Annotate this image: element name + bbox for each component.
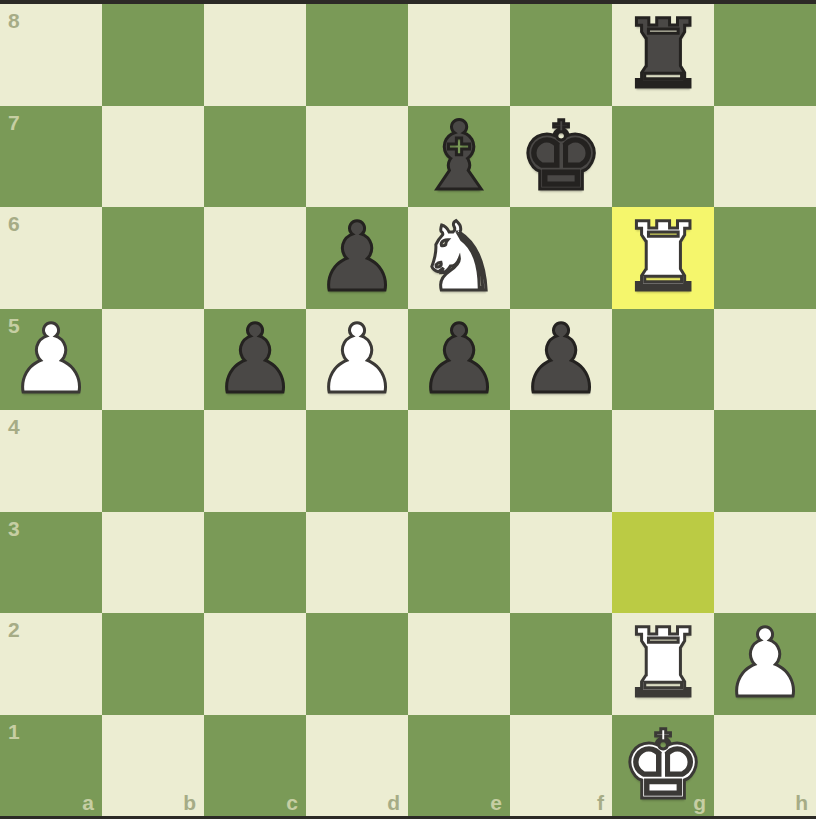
square-b8[interactable] (102, 4, 204, 106)
square-d4[interactable] (306, 410, 408, 512)
rank-label-1: 1 (8, 720, 20, 744)
square-b4[interactable] (102, 410, 204, 512)
square-b5[interactable] (102, 309, 204, 411)
square-h8[interactable] (714, 4, 816, 106)
square-b7[interactable] (102, 106, 204, 208)
square-a4[interactable]: 4 (0, 410, 102, 512)
square-c2[interactable] (204, 613, 306, 715)
black-pawn-c5[interactable]: ♟ (204, 309, 306, 411)
square-c5[interactable]: ♟ (204, 309, 306, 411)
square-e4[interactable] (408, 410, 510, 512)
square-f3[interactable] (510, 512, 612, 614)
square-c7[interactable] (204, 106, 306, 208)
square-a3[interactable]: 3 (0, 512, 102, 614)
square-d5[interactable]: ♟ (306, 309, 408, 411)
white-rook-g2[interactable]: ♜ (612, 613, 714, 715)
square-h3[interactable] (714, 512, 816, 614)
square-e1[interactable]: e (408, 715, 510, 817)
square-h5[interactable] (714, 309, 816, 411)
square-g5[interactable] (612, 309, 714, 411)
square-h6[interactable] (714, 207, 816, 309)
square-d1[interactable]: d (306, 715, 408, 817)
square-g2[interactable]: ♜ (612, 613, 714, 715)
square-f2[interactable] (510, 613, 612, 715)
square-e2[interactable] (408, 613, 510, 715)
square-a1[interactable]: 1a (0, 715, 102, 817)
white-rook-g6[interactable]: ♜ (612, 207, 714, 309)
square-e7[interactable]: ♝ (408, 106, 510, 208)
square-a6[interactable]: 6 (0, 207, 102, 309)
square-b6[interactable] (102, 207, 204, 309)
square-e8[interactable] (408, 4, 510, 106)
square-e5[interactable]: ♟ (408, 309, 510, 411)
black-rook-g8[interactable]: ♜ (612, 4, 714, 106)
square-d2[interactable] (306, 613, 408, 715)
square-g6[interactable]: ♜ (612, 207, 714, 309)
file-label-a: a (82, 791, 94, 815)
square-f4[interactable] (510, 410, 612, 512)
square-e3[interactable] (408, 512, 510, 614)
square-a7[interactable]: 7 (0, 106, 102, 208)
square-f7[interactable]: ♚ (510, 106, 612, 208)
square-d6[interactable]: ♟ (306, 207, 408, 309)
black-bishop-e7[interactable]: ♝ (408, 106, 510, 208)
file-label-e: e (490, 791, 502, 815)
square-e6[interactable]: ♞ (408, 207, 510, 309)
white-pawn-a5[interactable]: ♟ (0, 309, 102, 411)
square-d8[interactable] (306, 4, 408, 106)
black-pawn-f5[interactable]: ♟ (510, 309, 612, 411)
square-f5[interactable]: ♟ (510, 309, 612, 411)
square-f6[interactable] (510, 207, 612, 309)
square-g3[interactable] (612, 512, 714, 614)
square-g4[interactable] (612, 410, 714, 512)
square-f8[interactable] (510, 4, 612, 106)
black-pawn-d6[interactable]: ♟ (306, 207, 408, 309)
black-king-f7[interactable]: ♚ (510, 106, 612, 208)
square-b1[interactable]: b (102, 715, 204, 817)
square-h2[interactable]: ♟ (714, 613, 816, 715)
square-a5[interactable]: 5♟ (0, 309, 102, 411)
square-c8[interactable] (204, 4, 306, 106)
square-b3[interactable] (102, 512, 204, 614)
square-d3[interactable] (306, 512, 408, 614)
square-c4[interactable] (204, 410, 306, 512)
square-a8[interactable]: 8 (0, 4, 102, 106)
square-h7[interactable] (714, 106, 816, 208)
chess-board: 8♜7♝♚6♟♞♜5♟♟♟♟♟432♜♟1abcdefg♚h (0, 4, 816, 816)
square-g7[interactable] (612, 106, 714, 208)
square-h4[interactable] (714, 410, 816, 512)
square-c3[interactable] (204, 512, 306, 614)
file-label-h: h (795, 791, 808, 815)
square-c1[interactable]: c (204, 715, 306, 817)
rank-label-2: 2 (8, 618, 20, 642)
square-g1[interactable]: g♚ (612, 715, 714, 817)
square-a2[interactable]: 2 (0, 613, 102, 715)
square-b2[interactable] (102, 613, 204, 715)
file-label-d: d (387, 791, 400, 815)
white-pawn-h2[interactable]: ♟ (714, 613, 816, 715)
square-f1[interactable]: f (510, 715, 612, 817)
file-label-c: c (286, 791, 298, 815)
square-c6[interactable] (204, 207, 306, 309)
white-pawn-d5[interactable]: ♟ (306, 309, 408, 411)
white-knight-e6[interactable]: ♞ (408, 207, 510, 309)
white-king-g1[interactable]: ♚ (612, 715, 714, 817)
rank-label-8: 8 (8, 9, 20, 33)
file-label-b: b (183, 791, 196, 815)
rank-label-6: 6 (8, 212, 20, 236)
square-h1[interactable]: h (714, 715, 816, 817)
rank-label-7: 7 (8, 111, 20, 135)
rank-label-3: 3 (8, 517, 20, 541)
rank-label-4: 4 (8, 415, 20, 439)
black-pawn-e5[interactable]: ♟ (408, 309, 510, 411)
square-d7[interactable] (306, 106, 408, 208)
square-g8[interactable]: ♜ (612, 4, 714, 106)
file-label-f: f (597, 791, 604, 815)
